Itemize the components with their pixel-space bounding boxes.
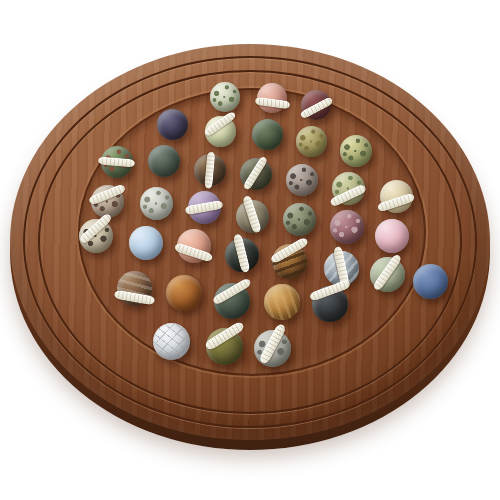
marble-r3c5-leopard-granite[interactable] — [286, 164, 318, 196]
paper-label-band — [184, 200, 223, 215]
marble-r2c3-serpentine[interactable] — [205, 116, 236, 147]
solitaire-photo — [0, 0, 500, 500]
marble-r2c6-moss-opal[interactable] — [340, 135, 372, 167]
paper-label-band — [98, 157, 136, 169]
marble-r5c5-tiger-iron[interactable] — [272, 244, 307, 279]
marble-r2c4-green-aventurine[interactable] — [252, 119, 283, 150]
marble-r6c3-carnelian[interactable] — [166, 275, 202, 311]
marble-r4c2-dendritic-agate[interactable] — [140, 187, 173, 220]
paper-label-band — [204, 151, 216, 189]
marble-r1c3-tree-agate[interactable] — [210, 82, 240, 112]
paper-label-band — [242, 195, 262, 234]
marble-r4c7-rose-quartz[interactable] — [375, 219, 409, 253]
marble-r5c7-celadon-jasper[interactable] — [370, 257, 405, 292]
marble-r3c6-prehnite[interactable] — [332, 172, 365, 205]
marble-r5c4-black-onyx[interactable] — [225, 238, 259, 272]
marble-r6c4-dark-moss-jasper[interactable] — [214, 283, 250, 319]
marble-r5c2-angelite[interactable] — [129, 226, 163, 260]
marble-r7c3-crackle-quartz[interactable] — [153, 323, 190, 360]
marble-r5c1-cream-ocean-jasper[interactable] — [79, 219, 113, 253]
marble-r6c6-black-tourmaline[interactable] — [312, 286, 348, 322]
marble-r1c4-pink-jasper[interactable] — [257, 83, 287, 113]
marble-r2c2-iolite[interactable] — [157, 109, 188, 140]
paper-label-band — [243, 155, 270, 191]
marble-r3c2-moss-agate[interactable] — [148, 145, 180, 177]
marble-groove-right-dumortierite-blue-quartz[interactable] — [413, 264, 448, 299]
marble-r5c6-grey-banded-agate[interactable] — [324, 251, 359, 286]
marble-r7c5-grey-granite[interactable] — [254, 330, 291, 367]
marble-r4c1-ocean-jasper[interactable] — [91, 185, 124, 218]
marble-r4c5-green-ocean-jasper[interactable] — [283, 203, 316, 236]
marble-r3c3-bronzite[interactable] — [194, 154, 226, 186]
marble-r1c5-burgundy-jasper[interactable] — [301, 90, 331, 120]
marble-r3c4-olive-agate[interactable] — [240, 158, 272, 190]
marble-r4c4-smoky-jasper[interactable] — [236, 200, 269, 233]
marble-r5c3-sunstone[interactable] — [177, 229, 211, 263]
marble-r4c6-brecciated-plum-jasper[interactable] — [330, 210, 364, 244]
marble-r3c7-cream-aragonite[interactable] — [380, 180, 413, 213]
marble-r6c2-petrified-wood[interactable] — [117, 271, 152, 306]
paper-label-band — [254, 97, 290, 110]
marble-r4c3-amethyst[interactable] — [188, 191, 221, 224]
marble-r2c5-grossular-garnet[interactable] — [296, 126, 327, 157]
paper-label-band — [233, 233, 251, 273]
marble-r3c1-fancy-jasper[interactable] — [101, 146, 133, 178]
marble-r6c5-golden-aragonite[interactable] — [264, 284, 300, 320]
marble-r7c4-olive-serpentine[interactable] — [206, 328, 243, 365]
